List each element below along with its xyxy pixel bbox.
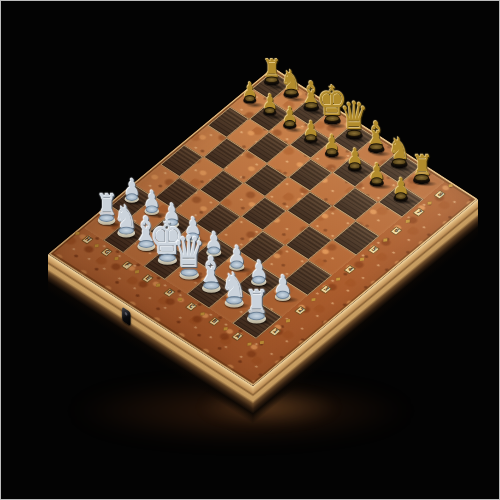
piece-base — [368, 145, 384, 153]
chessboard-photo-scene: HGFEDCBA87654321 ♜♞♝♛♚♝♞♜♟♟♟♟♟♟♟♟♟♟♟♟♟♟♟… — [0, 0, 500, 500]
gold-diamond-ornament — [449, 184, 453, 187]
gold-diamond-ornament — [286, 319, 290, 322]
gold-diamond-ornament — [200, 312, 204, 315]
coord-file-g: G — [100, 247, 112, 256]
coord-rank-6: 6 — [390, 226, 402, 235]
piece-base — [224, 299, 243, 308]
coord-file-c: C — [185, 302, 197, 311]
coord-file-a: A — [231, 332, 243, 341]
gold-diamond-ornament — [360, 258, 364, 261]
gold-diamond-ornament — [406, 220, 410, 223]
piece-base — [345, 131, 362, 139]
piece-base — [394, 194, 408, 202]
piece-black-pawn-h7[interactable]: ♟ — [241, 80, 259, 103]
gold-diamond-ornament — [311, 298, 315, 301]
gold-diamond-ornament — [135, 270, 139, 273]
gold-diamond-ornament — [428, 201, 432, 204]
piece-base — [348, 164, 362, 171]
piece-base — [248, 314, 267, 324]
piece-base — [264, 78, 279, 86]
gold-diamond-ornament — [95, 244, 99, 247]
coord-rank-4: 4 — [344, 265, 356, 274]
gold-diamond-ornament — [178, 298, 182, 301]
piece-black-knight-b8[interactable]: ♞ — [385, 135, 412, 168]
piece-black-pawn-f7[interactable]: ♟ — [281, 106, 300, 130]
piece-base — [244, 97, 257, 104]
coord-file-h: H — [81, 235, 93, 244]
piece-base — [202, 284, 221, 293]
piece-black-pawn-e7[interactable]: ♟ — [301, 119, 320, 143]
piece-base — [414, 175, 431, 183]
piece-base — [275, 293, 291, 301]
gold-diamond-ornament — [75, 232, 79, 235]
coord-rank-3: 3 — [320, 285, 332, 294]
gold-diamond-ornament — [224, 327, 228, 330]
coord-file-f: F — [121, 260, 133, 269]
coord-file-e: E — [141, 274, 153, 283]
piece-base — [283, 122, 296, 129]
gold-diamond-ornament — [260, 341, 264, 344]
box-latch — [122, 307, 131, 327]
piece-black-pawn-a7[interactable]: ♟ — [391, 176, 411, 202]
piece-black-pawn-c7[interactable]: ♟ — [345, 147, 365, 172]
piece-base — [263, 109, 276, 116]
gold-diamond-ornament — [336, 277, 340, 280]
gold-diamond-ornament — [383, 238, 387, 241]
coord-file-b: B — [208, 317, 220, 326]
coord-rank-1: 1 — [269, 327, 281, 336]
piece-base — [326, 150, 340, 157]
piece-base — [304, 136, 317, 143]
piece-black-pawn-b7[interactable]: ♟ — [367, 161, 387, 186]
piece-black-pawn-g7[interactable]: ♟ — [261, 93, 280, 116]
piece-white-pawn-a2[interactable]: ♟ — [272, 273, 294, 301]
coord-file-d: D — [163, 288, 175, 297]
piece-black-pawn-d7[interactable]: ♟ — [323, 132, 342, 156]
piece-black-rook-a8[interactable]: ♜ — [410, 153, 435, 184]
gold-diamond-ornament — [247, 342, 251, 345]
piece-base — [370, 179, 384, 186]
coord-rank-8: 8 — [434, 190, 446, 199]
coord-rank-2: 2 — [295, 306, 307, 315]
piece-base — [391, 160, 407, 168]
coord-rank-5: 5 — [367, 245, 379, 254]
gold-diamond-ornament — [156, 284, 160, 287]
piece-white-rook-a1[interactable]: ♜ — [243, 288, 271, 324]
gold-diamond-ornament — [114, 257, 118, 260]
piece-white-pawn-b2[interactable]: ♟ — [248, 258, 270, 286]
coord-rank-7: 7 — [412, 208, 424, 217]
